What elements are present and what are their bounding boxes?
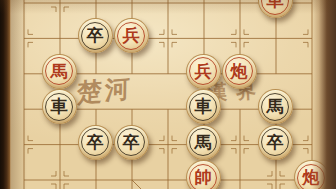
piece-character: 馬 [267, 98, 284, 115]
piece-character: 兵 [123, 27, 140, 44]
piece-red-soldier[interactable]: 兵 [186, 54, 221, 89]
piece-black-horse[interactable]: 馬 [258, 89, 293, 124]
piece-character: 卒 [267, 133, 284, 150]
piece-character: 車 [267, 0, 284, 9]
piece-character: 卒 [123, 133, 140, 150]
piece-character: 炮 [231, 62, 248, 79]
piece-black-chariot[interactable]: 車 [42, 89, 77, 124]
piece-character: 車 [51, 98, 68, 115]
piece-character: 卒 [87, 133, 104, 150]
piece-red-horse[interactable]: 馬 [42, 54, 77, 89]
piece-red-cannon[interactable]: 炮 [222, 54, 257, 89]
piece-black-soldier[interactable]: 卒 [114, 125, 149, 160]
piece-black-soldier[interactable]: 卒 [78, 18, 113, 53]
piece-character: 卒 [87, 27, 104, 44]
piece-black-chariot[interactable]: 車 [186, 89, 221, 124]
piece-black-horse[interactable]: 馬 [186, 125, 221, 160]
piece-red-soldier[interactable]: 兵 [114, 18, 149, 53]
xiangqi-board[interactable]: 楚河 漢界 車卒兵馬兵炮車車馬卒卒馬卒帥炮 [0, 0, 336, 189]
piece-character: 馬 [195, 133, 212, 150]
piece-red-cannon[interactable]: 炮 [294, 160, 329, 189]
piece-black-soldier[interactable]: 卒 [78, 125, 113, 160]
piece-character: 車 [195, 98, 212, 115]
piece-character: 兵 [195, 62, 212, 79]
piece-character: 炮 [303, 169, 320, 186]
piece-character: 馬 [51, 62, 68, 79]
piece-red-general[interactable]: 帥 [186, 160, 221, 189]
piece-character: 帥 [195, 169, 212, 186]
piece-black-soldier[interactable]: 卒 [258, 125, 293, 160]
